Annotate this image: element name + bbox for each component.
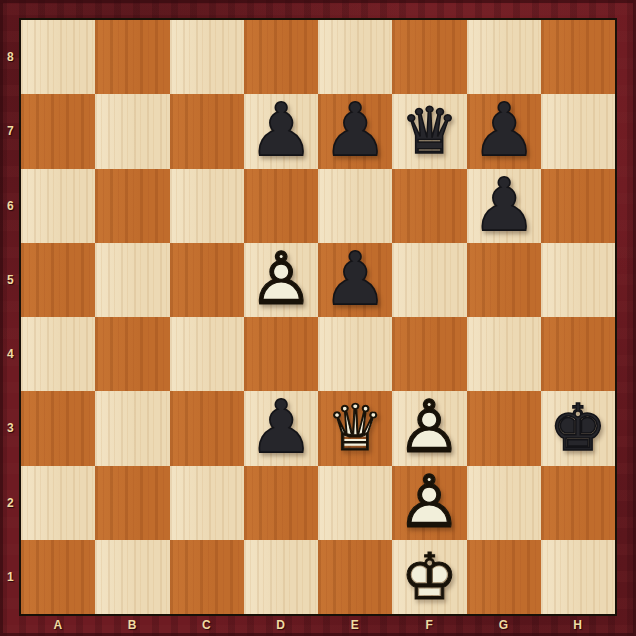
square-c3[interactable] bbox=[170, 391, 244, 465]
square-f6[interactable] bbox=[392, 169, 466, 243]
square-f4[interactable] bbox=[392, 317, 466, 391]
piece-black-pawn-d7[interactable]: ♟ bbox=[244, 94, 318, 168]
square-g2[interactable] bbox=[467, 466, 541, 540]
square-a3[interactable] bbox=[21, 391, 95, 465]
file-label-a: A bbox=[21, 614, 95, 636]
square-h4[interactable] bbox=[541, 317, 615, 391]
square-d4[interactable] bbox=[244, 317, 318, 391]
rank-label-7: 7 bbox=[0, 94, 21, 168]
rank-label-2: 2 bbox=[0, 466, 21, 540]
square-c1[interactable] bbox=[170, 540, 244, 614]
square-b7[interactable] bbox=[95, 94, 169, 168]
piece-black-pawn-g7[interactable]: ♟ bbox=[467, 94, 541, 168]
chess-board: ♟♟♛♟♟♟♙♟♟♛♕♟♙♚♟♙♚♔ bbox=[21, 20, 615, 614]
square-c2[interactable] bbox=[170, 466, 244, 540]
square-d5[interactable]: ♟♙ bbox=[244, 243, 318, 317]
square-a4[interactable] bbox=[21, 317, 95, 391]
piece-black-pawn-g6[interactable]: ♟ bbox=[467, 169, 541, 243]
file-label-d: D bbox=[244, 614, 318, 636]
square-d3[interactable]: ♟ bbox=[244, 391, 318, 465]
square-g3[interactable] bbox=[467, 391, 541, 465]
square-b2[interactable] bbox=[95, 466, 169, 540]
square-a6[interactable] bbox=[21, 169, 95, 243]
piece-black-king-h3[interactable]: ♚ bbox=[541, 391, 615, 465]
rank-label-6: 6 bbox=[0, 169, 21, 243]
piece-white-pawn-f2[interactable]: ♟♙ bbox=[392, 466, 466, 540]
square-h6[interactable] bbox=[541, 169, 615, 243]
square-h3[interactable]: ♚ bbox=[541, 391, 615, 465]
square-d2[interactable] bbox=[244, 466, 318, 540]
square-h8[interactable] bbox=[541, 20, 615, 94]
file-label-g: G bbox=[467, 614, 541, 636]
rank-label-4: 4 bbox=[0, 317, 21, 391]
square-c8[interactable] bbox=[170, 20, 244, 94]
square-g6[interactable]: ♟ bbox=[467, 169, 541, 243]
square-g4[interactable] bbox=[467, 317, 541, 391]
square-h7[interactable] bbox=[541, 94, 615, 168]
file-label-h: H bbox=[541, 614, 615, 636]
square-e5[interactable]: ♟ bbox=[318, 243, 392, 317]
square-b1[interactable] bbox=[95, 540, 169, 614]
square-f5[interactable] bbox=[392, 243, 466, 317]
square-e8[interactable] bbox=[318, 20, 392, 94]
file-label-b: B bbox=[95, 614, 169, 636]
square-a8[interactable] bbox=[21, 20, 95, 94]
square-a5[interactable] bbox=[21, 243, 95, 317]
square-a7[interactable] bbox=[21, 94, 95, 168]
square-c5[interactable] bbox=[170, 243, 244, 317]
square-h2[interactable] bbox=[541, 466, 615, 540]
square-f7[interactable]: ♛ bbox=[392, 94, 466, 168]
square-f2[interactable]: ♟♙ bbox=[392, 466, 466, 540]
piece-black-queen-f7[interactable]: ♛ bbox=[392, 94, 466, 168]
square-d8[interactable] bbox=[244, 20, 318, 94]
square-f1[interactable]: ♚♔ bbox=[392, 540, 466, 614]
square-f8[interactable] bbox=[392, 20, 466, 94]
piece-white-pawn-f3[interactable]: ♟♙ bbox=[392, 391, 466, 465]
square-g7[interactable]: ♟ bbox=[467, 94, 541, 168]
square-d1[interactable] bbox=[244, 540, 318, 614]
square-g8[interactable] bbox=[467, 20, 541, 94]
rank-label-3: 3 bbox=[0, 391, 21, 465]
piece-white-king-f1[interactable]: ♚♔ bbox=[392, 540, 466, 614]
square-e2[interactable] bbox=[318, 466, 392, 540]
board-frame: ♟♟♛♟♟♟♙♟♟♛♕♟♙♚♟♙♚♔ 87654321ABCDEFGH bbox=[0, 0, 636, 636]
square-d7[interactable]: ♟ bbox=[244, 94, 318, 168]
rank-label-5: 5 bbox=[0, 243, 21, 317]
square-e7[interactable]: ♟ bbox=[318, 94, 392, 168]
piece-white-pawn-d5[interactable]: ♟♙ bbox=[244, 243, 318, 317]
square-f3[interactable]: ♟♙ bbox=[392, 391, 466, 465]
square-c4[interactable] bbox=[170, 317, 244, 391]
piece-white-queen-e3[interactable]: ♛♕ bbox=[318, 391, 392, 465]
square-b8[interactable] bbox=[95, 20, 169, 94]
rank-label-1: 1 bbox=[0, 540, 21, 614]
square-b6[interactable] bbox=[95, 169, 169, 243]
square-h1[interactable] bbox=[541, 540, 615, 614]
square-h5[interactable] bbox=[541, 243, 615, 317]
square-c6[interactable] bbox=[170, 169, 244, 243]
square-e3[interactable]: ♛♕ bbox=[318, 391, 392, 465]
piece-black-pawn-e5[interactable]: ♟ bbox=[318, 243, 392, 317]
piece-black-pawn-d3[interactable]: ♟ bbox=[244, 391, 318, 465]
square-g5[interactable] bbox=[467, 243, 541, 317]
piece-black-pawn-e7[interactable]: ♟ bbox=[318, 94, 392, 168]
square-e1[interactable] bbox=[318, 540, 392, 614]
file-label-c: C bbox=[170, 614, 244, 636]
square-a2[interactable] bbox=[21, 466, 95, 540]
square-a1[interactable] bbox=[21, 540, 95, 614]
square-b4[interactable] bbox=[95, 317, 169, 391]
square-e4[interactable] bbox=[318, 317, 392, 391]
rank-label-8: 8 bbox=[0, 20, 21, 94]
square-g1[interactable] bbox=[467, 540, 541, 614]
square-c7[interactable] bbox=[170, 94, 244, 168]
square-b5[interactable] bbox=[95, 243, 169, 317]
square-b3[interactable] bbox=[95, 391, 169, 465]
square-e6[interactable] bbox=[318, 169, 392, 243]
file-label-e: E bbox=[318, 614, 392, 636]
square-d6[interactable] bbox=[244, 169, 318, 243]
file-label-f: F bbox=[392, 614, 466, 636]
